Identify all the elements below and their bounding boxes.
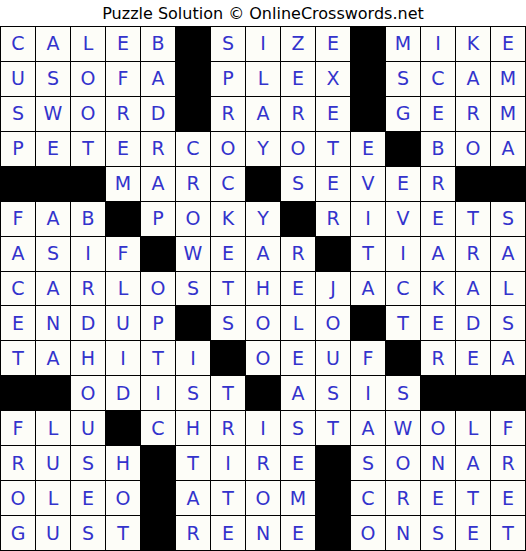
letter-cell: T xyxy=(211,272,245,306)
letter-cell: F xyxy=(106,237,140,271)
letter-cell: E xyxy=(316,97,350,131)
letter-cell: P xyxy=(1,132,35,166)
letter-cell: R xyxy=(211,97,245,131)
letter-cell: A xyxy=(1,237,35,271)
letter-cell: S xyxy=(386,376,420,410)
letter-cell: A xyxy=(176,481,210,515)
letter-cell: I xyxy=(386,237,420,271)
letter-cell: I xyxy=(176,341,210,375)
letter-cell: A xyxy=(36,27,70,61)
letter-cell: G xyxy=(1,516,35,550)
letter-cell: R xyxy=(176,516,210,550)
letter-cell: U xyxy=(71,411,105,445)
letter-cell: E xyxy=(71,481,105,515)
letter-cell: R xyxy=(1,446,35,480)
letter-cell: E xyxy=(281,272,315,306)
letter-cell: U xyxy=(36,446,70,480)
black-cell xyxy=(36,167,70,201)
letter-cell: S xyxy=(491,306,525,340)
letter-cell: P xyxy=(141,306,175,340)
letter-cell: E xyxy=(36,132,70,166)
letter-cell: R xyxy=(141,132,175,166)
letter-cell: A xyxy=(351,272,385,306)
letter-cell: S xyxy=(211,306,245,340)
letter-cell: S xyxy=(1,97,35,131)
black-cell xyxy=(176,62,210,96)
letter-cell: Z xyxy=(281,27,315,61)
letter-cell: R xyxy=(421,167,455,201)
letter-cell: M xyxy=(491,62,525,96)
black-cell xyxy=(491,376,525,410)
black-cell xyxy=(141,237,175,271)
letter-cell: D xyxy=(141,97,175,131)
letter-cell: E xyxy=(211,237,245,271)
letter-cell: M xyxy=(491,97,525,131)
black-cell xyxy=(351,306,385,340)
letter-cell: Y xyxy=(246,132,280,166)
letter-cell: H xyxy=(106,446,140,480)
letter-cell: I xyxy=(246,27,280,61)
letter-cell: U xyxy=(1,62,35,96)
letter-cell: P xyxy=(211,62,245,96)
letter-cell: O xyxy=(351,516,385,550)
black-cell xyxy=(71,167,105,201)
letter-cell: S xyxy=(316,376,350,410)
black-cell xyxy=(176,97,210,131)
letter-cell: B xyxy=(141,27,175,61)
letter-cell: L xyxy=(36,411,70,445)
letter-cell: T xyxy=(211,376,245,410)
letter-cell: A xyxy=(456,446,490,480)
letter-cell: U xyxy=(36,516,70,550)
letter-cell: R xyxy=(281,237,315,271)
letter-cell: N xyxy=(36,306,70,340)
letter-cell: E xyxy=(106,132,140,166)
black-cell xyxy=(316,237,350,271)
letter-cell: I xyxy=(106,341,140,375)
letter-cell: A xyxy=(351,411,385,445)
black-cell xyxy=(316,516,350,550)
letter-cell: S xyxy=(421,516,455,550)
letter-cell: A xyxy=(456,272,490,306)
letter-cell: T xyxy=(316,411,350,445)
letter-cell: M xyxy=(281,481,315,515)
letter-cell: X xyxy=(316,62,350,96)
black-cell xyxy=(386,132,420,166)
black-cell xyxy=(106,411,140,445)
letter-cell: O xyxy=(71,376,105,410)
letter-cell: E xyxy=(316,27,350,61)
letter-cell: A xyxy=(491,341,525,375)
letter-cell: S xyxy=(211,27,245,61)
letter-cell: E xyxy=(211,516,245,550)
black-cell xyxy=(246,167,280,201)
page-title: Puzzle Solution © OnlineCrosswords.net xyxy=(0,0,526,26)
letter-cell: E xyxy=(281,62,315,96)
crossword-grid: CALEBSIZEMIKEUSOFAPLEXSCAMSWORDRAREGERMP… xyxy=(0,26,526,551)
letter-cell: C xyxy=(351,481,385,515)
letter-cell: F xyxy=(106,62,140,96)
letter-cell: B xyxy=(421,132,455,166)
black-cell xyxy=(491,167,525,201)
letter-cell: I xyxy=(141,376,175,410)
letter-cell: A xyxy=(491,132,525,166)
letter-cell: R xyxy=(176,167,210,201)
black-cell xyxy=(141,481,175,515)
letter-cell: U xyxy=(106,306,140,340)
letter-cell: T xyxy=(1,341,35,375)
letter-cell: A xyxy=(421,237,455,271)
letter-cell: O xyxy=(421,411,455,445)
letter-cell: C xyxy=(1,272,35,306)
letter-cell: C xyxy=(421,62,455,96)
letter-cell: F xyxy=(491,411,525,445)
letter-cell: C xyxy=(176,132,210,166)
letter-cell: M xyxy=(386,27,420,61)
black-cell xyxy=(351,97,385,131)
letter-cell: T xyxy=(141,341,175,375)
black-cell xyxy=(421,376,455,410)
letter-cell: O xyxy=(386,446,420,480)
letter-cell: S xyxy=(176,376,210,410)
letter-cell: L xyxy=(36,481,70,515)
letter-cell: T xyxy=(106,516,140,550)
letter-cell: S xyxy=(386,62,420,96)
letter-cell: I xyxy=(71,237,105,271)
letter-cell: O xyxy=(1,481,35,515)
letter-cell: E xyxy=(491,27,525,61)
letter-cell: O xyxy=(176,202,210,236)
letter-cell: I xyxy=(421,27,455,61)
letter-cell: E xyxy=(491,481,525,515)
letter-cell: L xyxy=(491,272,525,306)
letter-cell: E xyxy=(386,167,420,201)
black-cell xyxy=(106,202,140,236)
letter-cell: E xyxy=(421,202,455,236)
letter-cell: S xyxy=(491,202,525,236)
letter-cell: E xyxy=(421,306,455,340)
letter-cell: N xyxy=(386,516,420,550)
letter-cell: E xyxy=(316,167,350,201)
black-cell xyxy=(211,341,245,375)
black-cell xyxy=(316,481,350,515)
letter-cell: V xyxy=(386,202,420,236)
letter-cell: V xyxy=(351,167,385,201)
black-cell xyxy=(176,306,210,340)
letter-cell: O xyxy=(106,481,140,515)
black-cell xyxy=(246,376,280,410)
letter-cell: C xyxy=(211,167,245,201)
letter-cell: F xyxy=(351,341,385,375)
letter-cell: T xyxy=(456,202,490,236)
letter-cell: R xyxy=(211,411,245,445)
letter-cell: M xyxy=(106,167,140,201)
letter-cell: G xyxy=(386,97,420,131)
letter-cell: E xyxy=(106,27,140,61)
letter-cell: R xyxy=(491,446,525,480)
black-cell xyxy=(456,376,490,410)
letter-cell: W xyxy=(386,411,420,445)
letter-cell: R xyxy=(421,341,455,375)
letter-cell: E xyxy=(456,341,490,375)
letter-cell: W xyxy=(36,97,70,131)
letter-cell: K xyxy=(211,202,245,236)
letter-cell: E xyxy=(421,481,455,515)
black-cell xyxy=(316,446,350,480)
letter-cell: T xyxy=(71,132,105,166)
letter-cell: S xyxy=(71,446,105,480)
letter-cell: P xyxy=(141,202,175,236)
letter-cell: A xyxy=(36,341,70,375)
letter-cell: R xyxy=(246,446,280,480)
letter-cell: T xyxy=(176,446,210,480)
letter-cell: C xyxy=(386,272,420,306)
letter-cell: O xyxy=(71,97,105,131)
black-cell xyxy=(351,62,385,96)
letter-cell: D xyxy=(71,306,105,340)
letter-cell: O xyxy=(246,481,280,515)
letter-cell: T xyxy=(386,306,420,340)
letter-cell: L xyxy=(71,27,105,61)
letter-cell: I xyxy=(351,202,385,236)
letter-cell: E xyxy=(456,516,490,550)
letter-cell: O xyxy=(246,341,280,375)
letter-cell: L xyxy=(246,62,280,96)
letter-cell: C xyxy=(1,27,35,61)
letter-cell: B xyxy=(71,202,105,236)
letter-cell: T xyxy=(491,516,525,550)
letter-cell: O xyxy=(456,132,490,166)
black-cell xyxy=(141,446,175,480)
letter-cell: C xyxy=(141,411,175,445)
letter-cell: R xyxy=(106,97,140,131)
letter-cell: S xyxy=(36,62,70,96)
black-cell xyxy=(36,376,70,410)
letter-cell: A xyxy=(36,202,70,236)
black-cell xyxy=(141,516,175,550)
letter-cell: O xyxy=(211,132,245,166)
letter-cell: K xyxy=(456,27,490,61)
black-cell xyxy=(1,376,35,410)
letter-cell: E xyxy=(281,516,315,550)
black-cell xyxy=(281,202,315,236)
black-cell xyxy=(176,27,210,61)
letter-cell: E xyxy=(281,446,315,480)
letter-cell: A xyxy=(456,62,490,96)
letter-cell: E xyxy=(1,306,35,340)
letter-cell: I xyxy=(351,376,385,410)
letter-cell: N xyxy=(246,516,280,550)
letter-cell: R xyxy=(456,97,490,131)
letter-cell: S xyxy=(176,272,210,306)
letter-cell: E xyxy=(281,341,315,375)
letter-cell: H xyxy=(71,341,105,375)
letter-cell: H xyxy=(246,272,280,306)
letter-cell: A xyxy=(36,272,70,306)
letter-cell: S xyxy=(36,237,70,271)
letter-cell: O xyxy=(71,62,105,96)
black-cell xyxy=(351,27,385,61)
letter-cell: A xyxy=(141,167,175,201)
crossword-solution-page: Puzzle Solution © OnlineCrosswords.net C… xyxy=(0,0,526,551)
letter-cell: O xyxy=(246,306,280,340)
letter-cell: E xyxy=(351,132,385,166)
letter-cell: R xyxy=(386,481,420,515)
letter-cell: A xyxy=(141,62,175,96)
black-cell xyxy=(386,341,420,375)
letter-cell: S xyxy=(281,167,315,201)
letter-cell: W xyxy=(176,237,210,271)
letter-cell: O xyxy=(141,272,175,306)
letter-cell: Y xyxy=(246,202,280,236)
letter-cell: R xyxy=(316,202,350,236)
letter-cell: A xyxy=(491,237,525,271)
letter-cell: O xyxy=(281,132,315,166)
letter-cell: T xyxy=(456,481,490,515)
letter-cell: F xyxy=(1,202,35,236)
letter-cell: I xyxy=(246,411,280,445)
letter-cell: R xyxy=(71,272,105,306)
letter-cell: T xyxy=(316,132,350,166)
black-cell xyxy=(1,167,35,201)
letter-cell: L xyxy=(106,272,140,306)
letter-cell: A xyxy=(246,237,280,271)
letter-cell: E xyxy=(421,97,455,131)
letter-cell: O xyxy=(316,306,350,340)
letter-cell: R xyxy=(281,97,315,131)
letter-cell: H xyxy=(176,411,210,445)
letter-cell: S xyxy=(351,446,385,480)
letter-cell: A xyxy=(246,97,280,131)
letter-cell: U xyxy=(316,341,350,375)
letter-cell: J xyxy=(316,272,350,306)
letter-cell: R xyxy=(456,237,490,271)
letter-cell: D xyxy=(456,306,490,340)
letter-cell: T xyxy=(211,481,245,515)
letter-cell: S xyxy=(281,411,315,445)
letter-cell: I xyxy=(211,446,245,480)
letter-cell: D xyxy=(106,376,140,410)
letter-cell: K xyxy=(421,272,455,306)
letter-cell: N xyxy=(421,446,455,480)
letter-cell: L xyxy=(456,411,490,445)
letter-cell: S xyxy=(71,516,105,550)
letter-cell: A xyxy=(281,376,315,410)
letter-cell: F xyxy=(1,411,35,445)
black-cell xyxy=(456,167,490,201)
letter-cell: L xyxy=(281,306,315,340)
letter-cell: T xyxy=(351,237,385,271)
